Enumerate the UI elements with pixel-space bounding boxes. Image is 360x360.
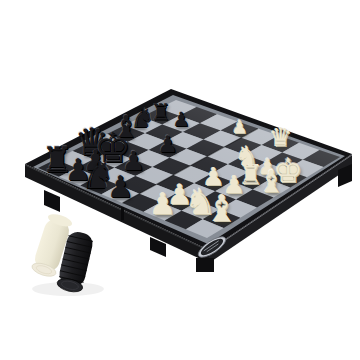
board-foot-front xyxy=(196,258,214,272)
hinge-notch xyxy=(121,207,124,220)
surface-sheen xyxy=(38,100,340,238)
checkers-stacks xyxy=(30,212,94,294)
board-scene xyxy=(0,0,360,360)
board-foot-left xyxy=(44,190,60,212)
product-photo: ♜♟♞♝♟♛♚♟♟♜♟♞♟♟♛♞♟♚♜♝♟♟♟♞♝♟ xyxy=(0,0,360,360)
